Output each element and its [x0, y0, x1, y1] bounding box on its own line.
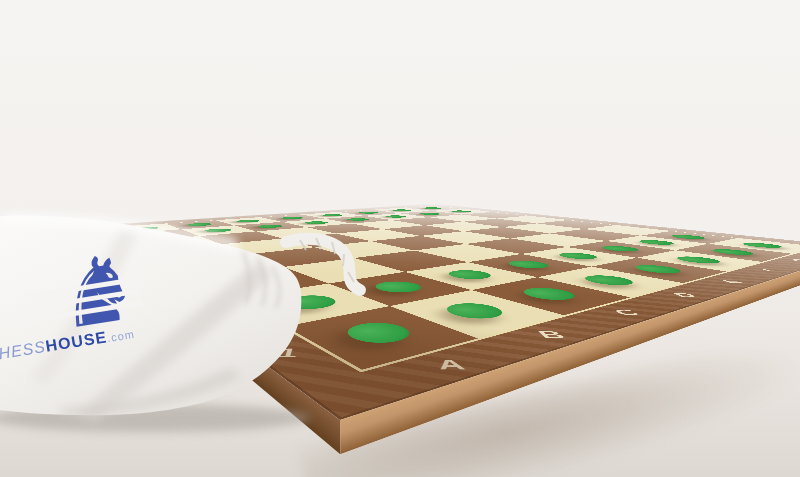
bag-body — [0, 215, 301, 415]
file-label-text: D — [668, 292, 703, 299]
file-label-text: B — [534, 329, 570, 341]
cloth-bag: ♞ CHESSHOUSE.com — [0, 178, 410, 477]
file-label-text: G — [785, 259, 800, 263]
file-label-text: A — [434, 357, 468, 373]
file-label-text: F — [755, 268, 785, 273]
file-label-text: E — [715, 278, 747, 284]
file-label-text: C — [609, 308, 645, 317]
